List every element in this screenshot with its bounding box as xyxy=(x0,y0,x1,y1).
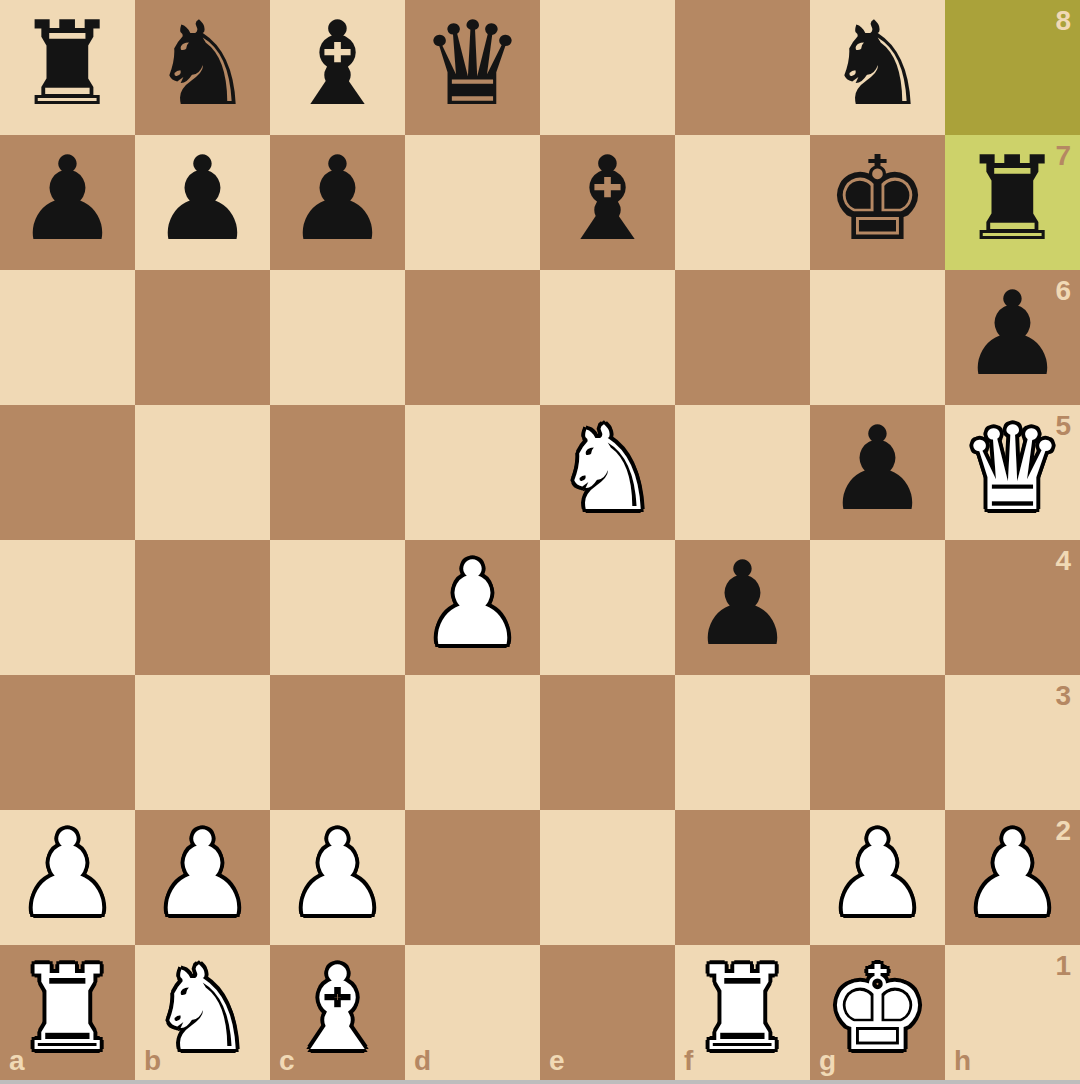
square-b2[interactable]: ♟ xyxy=(135,810,270,945)
square-d8[interactable]: ♛ xyxy=(405,0,540,135)
rank-label-3: 3 xyxy=(1055,682,1071,710)
square-e4[interactable] xyxy=(540,540,675,675)
black-pawn[interactable]: ♟ xyxy=(151,141,255,265)
file-label-e: e xyxy=(549,1047,565,1075)
square-f4[interactable]: ♟ xyxy=(675,540,810,675)
square-c4[interactable] xyxy=(270,540,405,675)
square-f6[interactable] xyxy=(675,270,810,405)
square-c8[interactable]: ♝ xyxy=(270,0,405,135)
square-f2[interactable] xyxy=(675,810,810,945)
square-d5[interactable] xyxy=(405,405,540,540)
square-g1[interactable]: ♚g xyxy=(810,945,945,1080)
square-c2[interactable]: ♟ xyxy=(270,810,405,945)
square-a7[interactable]: ♟ xyxy=(0,135,135,270)
file-label-g: g xyxy=(819,1047,836,1075)
square-b1[interactable]: ♞b xyxy=(135,945,270,1080)
square-c3[interactable] xyxy=(270,675,405,810)
square-g3[interactable] xyxy=(810,675,945,810)
square-a5[interactable] xyxy=(0,405,135,540)
white-queen[interactable]: ♛ xyxy=(961,411,1065,535)
square-f3[interactable] xyxy=(675,675,810,810)
square-h1[interactable]: h1 xyxy=(945,945,1080,1080)
square-a6[interactable] xyxy=(0,270,135,405)
file-label-b: b xyxy=(144,1047,161,1075)
square-f8[interactable] xyxy=(675,0,810,135)
square-a8[interactable]: ♜ xyxy=(0,0,135,135)
square-d3[interactable] xyxy=(405,675,540,810)
black-knight[interactable]: ♞ xyxy=(826,6,930,130)
rank-label-1: 1 xyxy=(1055,952,1071,980)
square-g4[interactable] xyxy=(810,540,945,675)
square-a3[interactable] xyxy=(0,675,135,810)
square-a4[interactable] xyxy=(0,540,135,675)
square-g6[interactable] xyxy=(810,270,945,405)
square-b4[interactable] xyxy=(135,540,270,675)
square-b6[interactable] xyxy=(135,270,270,405)
square-b7[interactable]: ♟ xyxy=(135,135,270,270)
square-d1[interactable]: d xyxy=(405,945,540,1080)
square-a2[interactable]: ♟ xyxy=(0,810,135,945)
square-e6[interactable] xyxy=(540,270,675,405)
white-bishop[interactable]: ♝ xyxy=(286,951,390,1075)
black-rook[interactable]: ♜ xyxy=(961,141,1065,265)
black-bishop[interactable]: ♝ xyxy=(286,6,390,130)
square-d7[interactable] xyxy=(405,135,540,270)
black-bishop[interactable]: ♝ xyxy=(556,141,660,265)
file-label-d: d xyxy=(414,1047,431,1075)
square-f5[interactable] xyxy=(675,405,810,540)
file-label-f: f xyxy=(684,1047,693,1075)
black-king[interactable]: ♚ xyxy=(826,141,930,265)
square-g7[interactable]: ♚ xyxy=(810,135,945,270)
square-g5[interactable]: ♟ xyxy=(810,405,945,540)
square-h2[interactable]: ♟2 xyxy=(945,810,1080,945)
square-h4[interactable]: 4 xyxy=(945,540,1080,675)
rank-label-2: 2 xyxy=(1055,817,1071,845)
rank-label-7: 7 xyxy=(1055,142,1071,170)
square-c7[interactable]: ♟ xyxy=(270,135,405,270)
square-e1[interactable]: e xyxy=(540,945,675,1080)
file-label-h: h xyxy=(954,1047,971,1075)
rank-label-6: 6 xyxy=(1055,277,1071,305)
square-b3[interactable] xyxy=(135,675,270,810)
square-h5[interactable]: ♛5 xyxy=(945,405,1080,540)
square-g2[interactable]: ♟ xyxy=(810,810,945,945)
square-e2[interactable] xyxy=(540,810,675,945)
black-pawn[interactable]: ♟ xyxy=(691,546,795,670)
square-d2[interactable] xyxy=(405,810,540,945)
black-queen[interactable]: ♛ xyxy=(421,6,525,130)
file-label-c: c xyxy=(279,1047,295,1075)
white-pawn[interactable]: ♟ xyxy=(421,546,525,670)
square-f1[interactable]: ♜f xyxy=(675,945,810,1080)
square-a1[interactable]: ♜a xyxy=(0,945,135,1080)
page-background-strip xyxy=(0,1080,1080,1084)
white-rook[interactable]: ♜ xyxy=(691,951,795,1075)
square-b8[interactable]: ♞ xyxy=(135,0,270,135)
black-pawn[interactable]: ♟ xyxy=(286,141,390,265)
rank-label-5: 5 xyxy=(1055,412,1071,440)
white-king[interactable]: ♚ xyxy=(826,951,930,1075)
square-h8[interactable]: 8 xyxy=(945,0,1080,135)
black-pawn[interactable]: ♟ xyxy=(961,276,1065,400)
white-pawn[interactable]: ♟ xyxy=(961,816,1065,940)
chessboard: ♜♞♝♛♞8♟♟♟♝♚♜7♟6♞♟♛5♟♟43♟♟♟♟♟2♜a♞b♝cde♜f♚… xyxy=(0,0,1080,1080)
square-e8[interactable] xyxy=(540,0,675,135)
black-pawn[interactable]: ♟ xyxy=(826,411,930,535)
white-pawn[interactable]: ♟ xyxy=(151,816,255,940)
square-h3[interactable]: 3 xyxy=(945,675,1080,810)
square-c5[interactable] xyxy=(270,405,405,540)
white-rook[interactable]: ♜ xyxy=(16,951,120,1075)
square-f7[interactable] xyxy=(675,135,810,270)
white-pawn[interactable]: ♟ xyxy=(286,816,390,940)
square-c1[interactable]: ♝c xyxy=(270,945,405,1080)
white-knight[interactable]: ♞ xyxy=(151,951,255,1075)
square-d4[interactable]: ♟ xyxy=(405,540,540,675)
white-pawn[interactable]: ♟ xyxy=(16,816,120,940)
black-knight[interactable]: ♞ xyxy=(151,6,255,130)
square-e3[interactable] xyxy=(540,675,675,810)
square-b5[interactable] xyxy=(135,405,270,540)
black-rook[interactable]: ♜ xyxy=(16,6,120,130)
white-knight[interactable]: ♞ xyxy=(556,411,660,535)
white-pawn[interactable]: ♟ xyxy=(826,816,930,940)
square-d6[interactable] xyxy=(405,270,540,405)
square-e7[interactable]: ♝ xyxy=(540,135,675,270)
rank-label-8: 8 xyxy=(1055,7,1071,35)
square-e5[interactable]: ♞ xyxy=(540,405,675,540)
square-h6[interactable]: ♟6 xyxy=(945,270,1080,405)
rank-label-4: 4 xyxy=(1055,547,1071,575)
file-label-a: a xyxy=(9,1047,25,1075)
square-c6[interactable] xyxy=(270,270,405,405)
square-g8[interactable]: ♞ xyxy=(810,0,945,135)
square-h7[interactable]: ♜7 xyxy=(945,135,1080,270)
black-pawn[interactable]: ♟ xyxy=(16,141,120,265)
